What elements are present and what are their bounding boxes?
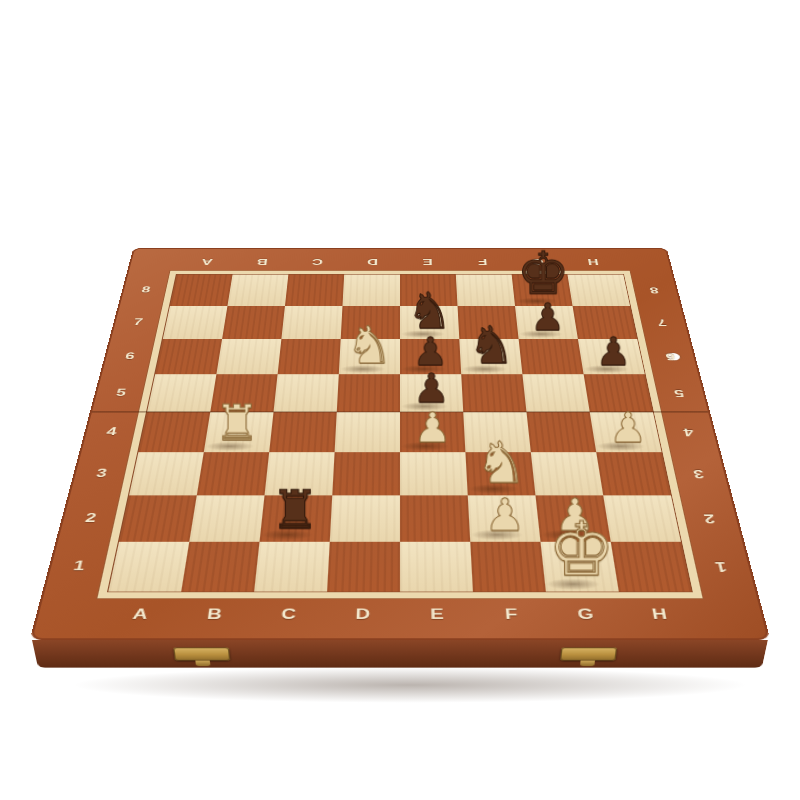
brass-latch-icon	[173, 647, 230, 660]
board-square-c4	[269, 412, 337, 452]
board-square-b1	[181, 542, 259, 592]
board-drop-shadow	[70, 667, 750, 703]
board-square-h1	[611, 542, 692, 592]
file-label-top-B: B	[233, 254, 290, 269]
board-square-c5	[274, 374, 339, 412]
board-square-b6	[216, 339, 281, 374]
rank-label-right-8: 8	[638, 282, 671, 298]
board-square-a7	[163, 306, 228, 339]
rank-label-left-8: 8	[129, 282, 162, 298]
white-pawn-e4: ♟	[400, 412, 465, 452]
board-square-d8	[342, 275, 400, 306]
white-knight-f3: ♞	[465, 452, 535, 495]
white-pawn-h4: ♟	[590, 412, 662, 452]
board-square-g4	[526, 412, 596, 452]
board-square-a1	[108, 542, 189, 592]
board-square-a2	[119, 495, 197, 541]
black-rook-c2: ♜	[260, 495, 333, 541]
board-square-c8	[285, 275, 344, 306]
file-label-top-E: E	[400, 254, 456, 269]
board-square-a6	[155, 339, 222, 374]
board-square-d6	[339, 339, 400, 374]
board-square-b2	[189, 495, 264, 541]
rank-label-right-3: 3	[679, 462, 719, 484]
board-square-g6	[519, 339, 584, 374]
board-square-g3	[531, 452, 603, 495]
board-square-e3	[400, 452, 468, 495]
board-square-c7	[281, 306, 342, 339]
board-square-b8	[227, 275, 288, 306]
board-square-f8	[456, 275, 515, 306]
white-pawn-glyph: ♟	[596, 407, 661, 449]
board-square-a3	[129, 452, 204, 495]
rank-label-left-2: 2	[70, 506, 111, 530]
white-pawn-f2: ♟	[468, 495, 541, 541]
board-square-g7	[515, 306, 578, 339]
file-label-top-C: C	[289, 254, 345, 269]
board-square-e6	[400, 339, 461, 374]
white-knight-glyph: ♞	[467, 434, 535, 491]
board-square-e1	[400, 542, 473, 592]
rank-label-right-1: 1	[699, 553, 742, 579]
board-square-a4	[138, 412, 210, 452]
file-label-top-D: D	[344, 254, 400, 269]
file-label-bottom-A: A	[100, 601, 179, 629]
file-label-top-F: F	[455, 254, 511, 269]
board-square-d7	[341, 306, 400, 339]
file-label-bottom-D: D	[325, 601, 400, 629]
board-square-f7	[458, 306, 519, 339]
rank-label-left-1: 1	[57, 553, 100, 579]
rank-label-right-5: 5	[661, 383, 698, 402]
board-square-d3	[332, 452, 400, 495]
board-square-h3	[596, 452, 671, 495]
chess-board: ABCDEFGHABCDEFGH1234567812345678♚♞♟♞♟♞♟♟…	[30, 248, 771, 640]
white-pawn-glyph: ♟	[400, 407, 465, 449]
file-label-bottom-H: H	[620, 601, 699, 629]
rank-label-right-7: 7	[645, 314, 679, 331]
brass-latch-icon	[560, 647, 617, 660]
board-square-c6	[278, 339, 341, 374]
rank-label-right-4: 4	[669, 421, 707, 442]
board-square-a8	[170, 275, 233, 306]
board-square-h7	[573, 306, 638, 339]
rank-label-left-5: 5	[103, 383, 140, 402]
rank-label-left-6: 6	[112, 347, 148, 365]
file-label-bottom-G: G	[547, 601, 625, 629]
board-square-f5	[461, 374, 526, 412]
file-label-bottom-F: F	[473, 601, 549, 629]
file-label-bottom-C: C	[250, 601, 326, 629]
box-front-face	[32, 640, 768, 668]
file-label-top-A: A	[178, 254, 236, 269]
rank-label-left-3: 3	[82, 462, 122, 484]
white-pawn-glyph: ♟	[470, 492, 540, 537]
board-square-b3	[197, 452, 269, 495]
board-square-e2	[400, 495, 470, 541]
white-rook-glyph: ♜	[204, 398, 269, 448]
board-square-e8	[400, 275, 458, 306]
white-king-g1: ♚	[540, 542, 618, 592]
rank-label-left-7: 7	[121, 314, 155, 331]
board-square-h6	[578, 339, 645, 374]
board-square-d2	[330, 495, 400, 541]
rank-label-right-6: 6	[652, 347, 688, 365]
white-king-glyph: ♚	[545, 512, 618, 586]
black-rook-glyph: ♜	[260, 484, 330, 538]
white-rook-b4: ♜	[204, 412, 274, 452]
board-square-g5	[522, 374, 589, 412]
board-square-b7	[222, 306, 285, 339]
board-square-f1	[470, 542, 546, 592]
board-square-g8	[512, 275, 573, 306]
file-label-top-H: H	[564, 254, 622, 269]
file-label-bottom-B: B	[175, 601, 253, 629]
board-square-d5	[337, 374, 400, 412]
board-square-c1	[254, 542, 330, 592]
board-square-f6	[459, 339, 522, 374]
board-square-d4	[335, 412, 400, 452]
board-square-d1	[327, 542, 400, 592]
file-label-bottom-E: E	[400, 601, 475, 629]
board-square-h8	[567, 275, 630, 306]
rank-label-left-4: 4	[92, 421, 130, 442]
rank-label-right-2: 2	[689, 506, 730, 530]
board-square-e7	[400, 306, 459, 339]
